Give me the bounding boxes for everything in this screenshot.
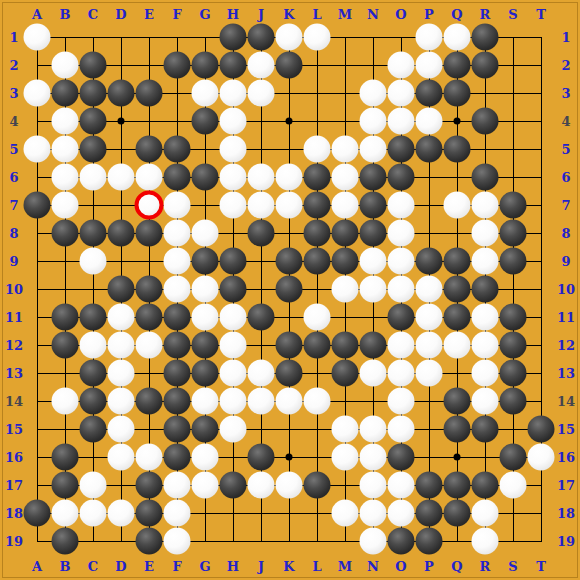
white-stone-O17: [388, 472, 415, 499]
black-stone-S9: [500, 248, 527, 275]
black-stone-G13: [192, 360, 219, 387]
black-stone-K9: [276, 248, 303, 275]
coord-label-R: R: [480, 560, 491, 573]
coord-label-S: S: [508, 560, 517, 573]
white-stone-P4: [416, 108, 443, 135]
white-stone-D12: [108, 332, 135, 359]
coord-label-M: M: [338, 560, 352, 573]
black-stone-F16: [164, 444, 191, 471]
white-stone-L1: [304, 24, 331, 51]
coord-label-5: 5: [561, 143, 570, 156]
black-stone-D10: [108, 276, 135, 303]
coord-label-P: P: [424, 560, 434, 573]
white-stone-H6: [220, 164, 247, 191]
white-stone-R19: [472, 528, 499, 555]
black-stone-H1: [220, 24, 247, 51]
black-stone-B16: [52, 444, 79, 471]
coord-label-4: 4: [561, 115, 570, 128]
black-stone-C5: [80, 136, 107, 163]
black-stone-Q5: [444, 136, 471, 163]
white-stone-H15: [220, 416, 247, 443]
coord-label-R: R: [480, 8, 491, 21]
coord-label-F: F: [172, 8, 181, 21]
coord-label-K: K: [283, 560, 294, 573]
white-stone-R13: [472, 360, 499, 387]
black-stone-F5: [164, 136, 191, 163]
black-stone-M9: [332, 248, 359, 275]
coord-label-4: 4: [9, 115, 18, 128]
white-stone-H12: [220, 332, 247, 359]
black-stone-O5: [388, 136, 415, 163]
white-stone-K14: [276, 388, 303, 415]
white-stone-J3: [248, 80, 275, 107]
black-stone-R1: [472, 24, 499, 51]
white-stone-G16: [192, 444, 219, 471]
white-stone-G10: [192, 276, 219, 303]
coord-label-J: J: [258, 8, 264, 21]
white-stone-P10: [416, 276, 443, 303]
black-stone-P19: [416, 528, 443, 555]
black-stone-M8: [332, 220, 359, 247]
black-stone-C4: [80, 108, 107, 135]
white-stone-B2: [52, 52, 79, 79]
black-stone-O19: [388, 528, 415, 555]
black-stone-K13: [276, 360, 303, 387]
white-stone-N10: [360, 276, 387, 303]
coord-label-19: 19: [5, 535, 23, 548]
white-stone-F19: [164, 528, 191, 555]
coord-label-15: 15: [5, 423, 23, 436]
white-stone-O12: [388, 332, 415, 359]
white-stone-M7: [332, 192, 359, 219]
black-stone-N7: [360, 192, 387, 219]
white-stone-N18: [360, 500, 387, 527]
white-stone-D14: [108, 388, 135, 415]
black-stone-C3: [80, 80, 107, 107]
black-stone-Q3: [444, 80, 471, 107]
white-stone-J7: [248, 192, 275, 219]
coord-label-11: 11: [557, 311, 575, 324]
coord-label-1: 1: [561, 31, 570, 44]
white-stone-C9: [80, 248, 107, 275]
white-stone-G8: [192, 220, 219, 247]
coord-label-H: H: [227, 560, 239, 573]
black-stone-O11: [388, 304, 415, 331]
black-stone-C14: [80, 388, 107, 415]
black-stone-L7: [304, 192, 331, 219]
black-stone-J16: [248, 444, 275, 471]
white-stone-R8: [472, 220, 499, 247]
coord-label-P: P: [424, 8, 434, 21]
white-stone-G14: [192, 388, 219, 415]
white-stone-P13: [416, 360, 443, 387]
white-stone-R14: [472, 388, 499, 415]
coord-label-K: K: [283, 8, 294, 21]
black-stone-C2: [80, 52, 107, 79]
coord-label-8: 8: [9, 227, 18, 240]
coord-label-G: G: [199, 560, 210, 573]
black-stone-S11: [500, 304, 527, 331]
black-stone-K12: [276, 332, 303, 359]
white-stone-F7: [164, 192, 191, 219]
white-stone-G17: [192, 472, 219, 499]
white-stone-B14: [52, 388, 79, 415]
white-stone-J14: [248, 388, 275, 415]
black-stone-M12: [332, 332, 359, 359]
black-stone-B8: [52, 220, 79, 247]
white-stone-M10: [332, 276, 359, 303]
white-stone-H13: [220, 360, 247, 387]
black-stone-G9: [192, 248, 219, 275]
black-stone-F12: [164, 332, 191, 359]
coord-label-18: 18: [5, 507, 23, 520]
coord-label-19: 19: [557, 535, 575, 548]
white-stone-Q7: [444, 192, 471, 219]
black-stone-B3: [52, 80, 79, 107]
coord-label-18: 18: [557, 507, 575, 520]
white-stone-B18: [52, 500, 79, 527]
white-stone-O3: [388, 80, 415, 107]
white-stone-F9: [164, 248, 191, 275]
black-stone-R2: [472, 52, 499, 79]
white-stone-T16: [528, 444, 555, 471]
white-stone-K17: [276, 472, 303, 499]
black-stone-K2: [276, 52, 303, 79]
black-stone-P5: [416, 136, 443, 163]
white-stone-N5: [360, 136, 387, 163]
white-stone-B7: [52, 192, 79, 219]
coord-label-14: 14: [5, 395, 23, 408]
black-stone-F2: [164, 52, 191, 79]
white-stone-F10: [164, 276, 191, 303]
coord-label-S: S: [508, 8, 517, 21]
black-stone-E5: [136, 136, 163, 163]
coord-label-13: 13: [5, 367, 23, 380]
coord-label-16: 16: [557, 451, 575, 464]
white-stone-J2: [248, 52, 275, 79]
coord-label-10: 10: [557, 283, 575, 296]
white-stone-N3: [360, 80, 387, 107]
star-point-K16: [286, 454, 293, 461]
white-stone-M15: [332, 416, 359, 443]
coord-label-7: 7: [9, 199, 18, 212]
star-point-Q16: [454, 454, 461, 461]
black-stone-S14: [500, 388, 527, 415]
coord-label-12: 12: [557, 339, 575, 352]
black-stone-T15: [528, 416, 555, 443]
black-stone-S8: [500, 220, 527, 247]
coord-label-6: 6: [561, 171, 570, 184]
black-stone-Q17: [444, 472, 471, 499]
white-stone-B5: [52, 136, 79, 163]
white-stone-C12: [80, 332, 107, 359]
black-stone-E3: [136, 80, 163, 107]
white-stone-K1: [276, 24, 303, 51]
black-stone-K10: [276, 276, 303, 303]
black-stone-F6: [164, 164, 191, 191]
white-stone-C6: [80, 164, 107, 191]
coord-label-B: B: [60, 560, 71, 573]
black-stone-H9: [220, 248, 247, 275]
white-stone-R11: [472, 304, 499, 331]
white-stone-R12: [472, 332, 499, 359]
white-stone-G3: [192, 80, 219, 107]
black-stone-C13: [80, 360, 107, 387]
black-stone-N6: [360, 164, 387, 191]
white-stone-P2: [416, 52, 443, 79]
black-stone-A7: [24, 192, 51, 219]
star-point-D4: [118, 118, 125, 125]
coord-label-7: 7: [561, 199, 570, 212]
star-point-Q4: [454, 118, 461, 125]
white-stone-O7: [388, 192, 415, 219]
white-stone-F8: [164, 220, 191, 247]
white-stone-J13: [248, 360, 275, 387]
coord-label-17: 17: [557, 479, 575, 492]
coord-label-B: B: [60, 8, 71, 21]
white-stone-D11: [108, 304, 135, 331]
black-stone-F13: [164, 360, 191, 387]
white-stone-E7: [136, 192, 163, 219]
black-stone-E14: [136, 388, 163, 415]
white-stone-D6: [108, 164, 135, 191]
white-stone-E16: [136, 444, 163, 471]
black-stone-L6: [304, 164, 331, 191]
coord-label-1: 1: [9, 31, 18, 44]
coord-label-E: E: [144, 8, 154, 21]
black-stone-H2: [220, 52, 247, 79]
black-stone-H17: [220, 472, 247, 499]
black-stone-B12: [52, 332, 79, 359]
white-stone-L14: [304, 388, 331, 415]
coord-label-12: 12: [5, 339, 23, 352]
white-stone-H5: [220, 136, 247, 163]
black-stone-Q9: [444, 248, 471, 275]
coord-label-2: 2: [561, 59, 570, 72]
black-stone-Q18: [444, 500, 471, 527]
black-stone-E19: [136, 528, 163, 555]
black-stone-O16: [388, 444, 415, 471]
black-stone-S13: [500, 360, 527, 387]
black-stone-D8: [108, 220, 135, 247]
black-stone-R4: [472, 108, 499, 135]
black-stone-R15: [472, 416, 499, 443]
coord-label-L: L: [312, 560, 321, 573]
coord-label-9: 9: [9, 255, 18, 268]
black-stone-J8: [248, 220, 275, 247]
coord-label-11: 11: [5, 311, 23, 324]
black-stone-Q10: [444, 276, 471, 303]
white-stone-R7: [472, 192, 499, 219]
black-stone-C11: [80, 304, 107, 331]
white-stone-O14: [388, 388, 415, 415]
coord-label-O: O: [395, 8, 406, 21]
white-stone-O15: [388, 416, 415, 443]
white-stone-R18: [472, 500, 499, 527]
white-stone-D16: [108, 444, 135, 471]
coord-label-2: 2: [9, 59, 18, 72]
white-stone-B6: [52, 164, 79, 191]
black-stone-E11: [136, 304, 163, 331]
coord-label-17: 17: [5, 479, 23, 492]
white-stone-H7: [220, 192, 247, 219]
black-stone-E8: [136, 220, 163, 247]
coord-label-10: 10: [5, 283, 23, 296]
black-stone-Q14: [444, 388, 471, 415]
black-stone-M13: [332, 360, 359, 387]
coord-label-5: 5: [9, 143, 18, 156]
white-stone-L5: [304, 136, 331, 163]
black-stone-S7: [500, 192, 527, 219]
black-stone-O6: [388, 164, 415, 191]
white-stone-H4: [220, 108, 247, 135]
black-stone-R17: [472, 472, 499, 499]
coord-label-8: 8: [561, 227, 570, 240]
white-stone-J17: [248, 472, 275, 499]
white-stone-N16: [360, 444, 387, 471]
coord-label-H: H: [227, 8, 239, 21]
white-stone-O18: [388, 500, 415, 527]
coord-label-3: 3: [561, 87, 570, 100]
black-stone-Q15: [444, 416, 471, 443]
white-stone-E12: [136, 332, 163, 359]
white-stone-A1: [24, 24, 51, 51]
white-stone-S17: [500, 472, 527, 499]
white-stone-O9: [388, 248, 415, 275]
black-stone-G15: [192, 416, 219, 443]
black-stone-S16: [500, 444, 527, 471]
white-stone-J6: [248, 164, 275, 191]
white-stone-A3: [24, 80, 51, 107]
coord-label-16: 16: [5, 451, 23, 464]
white-stone-P11: [416, 304, 443, 331]
black-stone-E18: [136, 500, 163, 527]
white-stone-O2: [388, 52, 415, 79]
coord-label-9: 9: [561, 255, 570, 268]
black-stone-B11: [52, 304, 79, 331]
coord-label-C: C: [88, 8, 98, 21]
black-stone-S12: [500, 332, 527, 359]
black-stone-J11: [248, 304, 275, 331]
white-stone-L11: [304, 304, 331, 331]
coord-label-E: E: [144, 560, 154, 573]
coord-label-Q: Q: [451, 8, 462, 21]
coord-label-T: T: [536, 8, 546, 21]
coord-label-D: D: [115, 560, 126, 573]
white-stone-D13: [108, 360, 135, 387]
white-stone-M5: [332, 136, 359, 163]
white-stone-D18: [108, 500, 135, 527]
white-stone-H11: [220, 304, 247, 331]
black-stone-L8: [304, 220, 331, 247]
go-board[interactable]: AABBCCDDEEFFGGHHJJKKLLMMNNOOPPQQRRSSTT11…: [0, 0, 580, 580]
coord-label-A: A: [32, 560, 42, 573]
black-stone-N12: [360, 332, 387, 359]
white-stone-K7: [276, 192, 303, 219]
coord-label-A: A: [32, 8, 42, 21]
white-stone-N19: [360, 528, 387, 555]
coord-label-F: F: [172, 560, 181, 573]
black-stone-P9: [416, 248, 443, 275]
black-stone-R6: [472, 164, 499, 191]
black-stone-B19: [52, 528, 79, 555]
white-stone-Q1: [444, 24, 471, 51]
black-stone-Q2: [444, 52, 471, 79]
black-stone-C8: [80, 220, 107, 247]
black-stone-E10: [136, 276, 163, 303]
white-stone-R9: [472, 248, 499, 275]
coord-label-J: J: [258, 560, 264, 573]
white-stone-Q12: [444, 332, 471, 359]
white-stone-F18: [164, 500, 191, 527]
white-stone-M6: [332, 164, 359, 191]
black-stone-G6: [192, 164, 219, 191]
black-stone-A18: [24, 500, 51, 527]
white-stone-N13: [360, 360, 387, 387]
white-stone-D15: [108, 416, 135, 443]
coord-label-L: L: [312, 8, 321, 21]
black-stone-P17: [416, 472, 443, 499]
coord-label-13: 13: [557, 367, 575, 380]
black-stone-F15: [164, 416, 191, 443]
black-stone-N8: [360, 220, 387, 247]
coord-label-Q: Q: [451, 560, 462, 573]
black-stone-F11: [164, 304, 191, 331]
coord-label-M: M: [338, 8, 352, 21]
black-stone-F14: [164, 388, 191, 415]
black-stone-C15: [80, 416, 107, 443]
black-stone-R10: [472, 276, 499, 303]
white-stone-K6: [276, 164, 303, 191]
black-stone-P3: [416, 80, 443, 107]
coord-label-3: 3: [9, 87, 18, 100]
black-stone-B17: [52, 472, 79, 499]
coord-label-N: N: [367, 8, 379, 21]
black-stone-L12: [304, 332, 331, 359]
black-stone-E17: [136, 472, 163, 499]
black-stone-Q11: [444, 304, 471, 331]
black-stone-L9: [304, 248, 331, 275]
white-stone-A5: [24, 136, 51, 163]
white-stone-N4: [360, 108, 387, 135]
black-stone-G12: [192, 332, 219, 359]
white-stone-M16: [332, 444, 359, 471]
white-stone-O13: [388, 360, 415, 387]
coord-label-C: C: [88, 560, 98, 573]
white-stone-N9: [360, 248, 387, 275]
black-stone-P18: [416, 500, 443, 527]
star-point-K4: [286, 118, 293, 125]
coord-label-14: 14: [557, 395, 575, 408]
black-stone-L17: [304, 472, 331, 499]
white-stone-C17: [80, 472, 107, 499]
white-stone-H3: [220, 80, 247, 107]
white-stone-O4: [388, 108, 415, 135]
coord-label-D: D: [115, 8, 126, 21]
coord-label-T: T: [536, 560, 546, 573]
white-stone-O10: [388, 276, 415, 303]
black-stone-H10: [220, 276, 247, 303]
coord-label-N: N: [367, 560, 379, 573]
black-stone-D3: [108, 80, 135, 107]
white-stone-O8: [388, 220, 415, 247]
white-stone-N15: [360, 416, 387, 443]
white-stone-E6: [136, 164, 163, 191]
coord-label-G: G: [199, 8, 210, 21]
coord-label-6: 6: [9, 171, 18, 184]
white-stone-N17: [360, 472, 387, 499]
white-stone-F17: [164, 472, 191, 499]
